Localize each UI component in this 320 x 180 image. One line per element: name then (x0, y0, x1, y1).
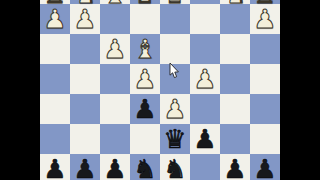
piece-black-pawn-icon: ♟ (103, 154, 126, 180)
square-f1: ♝ (100, 0, 130, 4)
square-b4 (220, 64, 250, 94)
square-d6: ♛ (160, 124, 190, 154)
video-frame: ♜♞♝♚♛♞♜♟♟♟♟♝♟♟♟♟♛♟♟♟♟♞♞♟♟ (0, 0, 320, 180)
square-e6 (130, 124, 160, 154)
square-f3: ♟ (100, 34, 130, 64)
square-e7: ♞ (130, 154, 160, 180)
piece-white-knight-icon: ♞ (223, 0, 246, 9)
square-g3 (70, 34, 100, 64)
square-a4 (250, 64, 280, 94)
chessboard: ♜♞♝♚♛♞♜♟♟♟♟♝♟♟♟♟♛♟♟♟♟♞♞♟♟ (40, 0, 280, 180)
square-a1: ♜ (250, 0, 280, 4)
square-d3 (160, 34, 190, 64)
square-b7: ♟ (220, 154, 250, 180)
square-g7: ♟ (70, 154, 100, 180)
square-h3 (40, 34, 70, 64)
piece-white-king-icon: ♚ (133, 0, 156, 9)
square-d5: ♟ (160, 94, 190, 124)
square-e5: ♟ (130, 94, 160, 124)
square-a3 (250, 34, 280, 64)
square-h1: ♜ (40, 0, 70, 4)
piece-white-rook-icon: ♜ (43, 0, 66, 9)
piece-white-rook-icon: ♜ (253, 0, 276, 9)
square-a5 (250, 94, 280, 124)
square-b6 (220, 124, 250, 154)
piece-black-knight-icon: ♞ (133, 154, 156, 180)
piece-black-knight-icon: ♞ (163, 154, 186, 180)
piece-white-pawn-icon: ♟ (163, 94, 186, 124)
square-b5 (220, 94, 250, 124)
square-c4: ♟ (190, 64, 220, 94)
square-c6: ♟ (190, 124, 220, 154)
piece-black-pawn-icon: ♟ (43, 154, 66, 180)
square-c7 (190, 154, 220, 180)
square-e3: ♝ (130, 34, 160, 64)
square-h7: ♟ (40, 154, 70, 180)
square-a6 (250, 124, 280, 154)
piece-white-bishop-icon: ♝ (103, 0, 126, 9)
piece-white-knight-icon: ♞ (73, 0, 96, 9)
piece-black-queen-icon: ♛ (163, 124, 186, 154)
square-c5 (190, 94, 220, 124)
square-f7: ♟ (100, 154, 130, 180)
piece-black-pawn-icon: ♟ (73, 154, 96, 180)
square-e4: ♟ (130, 64, 160, 94)
square-f4 (100, 64, 130, 94)
piece-white-pawn-icon: ♟ (133, 64, 156, 94)
piece-black-pawn-icon: ♟ (223, 154, 246, 180)
piece-black-pawn-icon: ♟ (133, 94, 156, 124)
piece-white-bishop-icon: ♝ (133, 34, 156, 64)
square-h4 (40, 64, 70, 94)
piece-white-queen-icon: ♛ (163, 0, 186, 9)
square-h6 (40, 124, 70, 154)
square-d7: ♞ (160, 154, 190, 180)
piece-white-pawn-icon: ♟ (103, 34, 126, 64)
square-d1: ♛ (160, 0, 190, 4)
piece-black-pawn-icon: ♟ (253, 154, 276, 180)
square-h5 (40, 94, 70, 124)
square-b3 (220, 34, 250, 64)
square-g6 (70, 124, 100, 154)
piece-white-pawn-icon: ♟ (193, 64, 216, 94)
square-f6 (100, 124, 130, 154)
square-c2 (190, 4, 220, 34)
square-b1: ♞ (220, 0, 250, 4)
square-f5 (100, 94, 130, 124)
square-g4 (70, 64, 100, 94)
square-d4 (160, 64, 190, 94)
square-a7: ♟ (250, 154, 280, 180)
piece-black-pawn-icon: ♟ (193, 124, 216, 154)
square-e1: ♚ (130, 0, 160, 4)
square-g5 (70, 94, 100, 124)
square-c3 (190, 34, 220, 64)
square-g1: ♞ (70, 0, 100, 4)
